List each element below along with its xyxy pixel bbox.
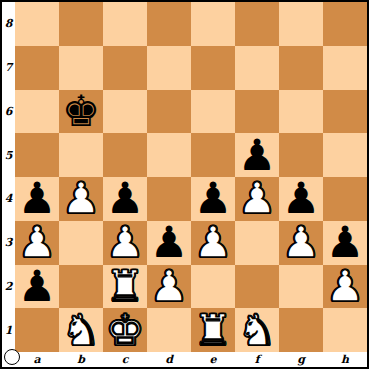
square-h4[interactable]: [323, 177, 367, 221]
white-pawn-c3[interactable]: ♟: [106, 221, 145, 264]
square-h7[interactable]: [323, 46, 367, 90]
white-rook-e1[interactable]: ♜: [194, 309, 233, 352]
square-d8[interactable]: [147, 2, 191, 46]
square-h3[interactable]: ♟: [323, 221, 367, 265]
square-f7[interactable]: [235, 46, 279, 90]
black-king-b6[interactable]: ♚: [62, 90, 101, 133]
file-label-g: g: [279, 352, 323, 367]
square-d6[interactable]: [147, 90, 191, 134]
file-label-d: d: [147, 352, 191, 367]
square-g5[interactable]: [279, 133, 323, 177]
square-d2[interactable]: ♟: [147, 265, 191, 309]
square-h8[interactable]: [323, 2, 367, 46]
white-pawn-d2[interactable]: ♟: [150, 265, 189, 308]
file-label-c: c: [103, 352, 147, 367]
white-pawn-e3[interactable]: ♟: [194, 221, 233, 264]
white-pawn-g3[interactable]: ♟: [282, 221, 321, 264]
rank-label-6: 6: [2, 90, 15, 134]
square-e2[interactable]: [191, 265, 235, 309]
square-c5[interactable]: [103, 133, 147, 177]
black-pawn-a2[interactable]: ♟: [18, 265, 57, 308]
square-e7[interactable]: [191, 46, 235, 90]
square-d3[interactable]: ♟: [147, 221, 191, 265]
square-c2[interactable]: ♜: [103, 265, 147, 309]
file-label-h: h: [323, 352, 367, 367]
square-c1[interactable]: ♚: [103, 308, 147, 352]
white-knight-b1[interactable]: ♞: [62, 309, 101, 352]
square-a7[interactable]: [15, 46, 59, 90]
square-f3[interactable]: [235, 221, 279, 265]
white-to-move-indicator: [4, 349, 20, 365]
square-d7[interactable]: [147, 46, 191, 90]
square-b1[interactable]: ♞: [59, 308, 103, 352]
white-knight-f1[interactable]: ♞: [238, 309, 277, 352]
chessboard-frame: 876♚5♟4♟♟♟♟♟♟3♟♟♟♟♟♟2♟♜♟♟1♞♚♜♞abcdefgh: [0, 0, 369, 369]
square-b8[interactable]: [59, 2, 103, 46]
square-g8[interactable]: [279, 2, 323, 46]
square-f1[interactable]: ♞: [235, 308, 279, 352]
rank-label-2: 2: [2, 265, 15, 309]
file-label-b: b: [59, 352, 103, 367]
square-e3[interactable]: ♟: [191, 221, 235, 265]
square-a5[interactable]: [15, 133, 59, 177]
rank-label-1: 1: [2, 308, 15, 352]
square-e4[interactable]: ♟: [191, 177, 235, 221]
file-label-e: e: [191, 352, 235, 367]
rank-label-4: 4: [2, 177, 15, 221]
square-g4[interactable]: ♟: [279, 177, 323, 221]
white-pawn-h2[interactable]: ♟: [326, 265, 365, 308]
white-pawn-a3[interactable]: ♟: [18, 221, 57, 264]
square-g6[interactable]: [279, 90, 323, 134]
square-b2[interactable]: [59, 265, 103, 309]
square-f4[interactable]: ♟: [235, 177, 279, 221]
square-b6[interactable]: ♚: [59, 90, 103, 134]
square-a1[interactable]: [15, 308, 59, 352]
square-a6[interactable]: [15, 90, 59, 134]
square-h6[interactable]: [323, 90, 367, 134]
square-f2[interactable]: [235, 265, 279, 309]
square-c3[interactable]: ♟: [103, 221, 147, 265]
black-pawn-a4[interactable]: ♟: [18, 177, 57, 220]
square-e8[interactable]: [191, 2, 235, 46]
rank-label-7: 7: [2, 46, 15, 90]
square-c6[interactable]: [103, 90, 147, 134]
square-b4[interactable]: ♟: [59, 177, 103, 221]
file-label-f: f: [235, 352, 279, 367]
square-h2[interactable]: ♟: [323, 265, 367, 309]
square-b7[interactable]: [59, 46, 103, 90]
black-pawn-g4[interactable]: ♟: [282, 177, 321, 220]
square-c4[interactable]: ♟: [103, 177, 147, 221]
white-pawn-b4[interactable]: ♟: [62, 177, 101, 220]
rank-label-5: 5: [2, 133, 15, 177]
black-pawn-e4[interactable]: ♟: [194, 177, 233, 220]
rank-label-3: 3: [2, 221, 15, 265]
square-c7[interactable]: [103, 46, 147, 90]
square-a2[interactable]: ♟: [15, 265, 59, 309]
black-pawn-f5[interactable]: ♟: [238, 134, 277, 177]
white-pawn-f4[interactable]: ♟: [238, 177, 277, 220]
square-g7[interactable]: [279, 46, 323, 90]
black-pawn-c4[interactable]: ♟: [106, 177, 145, 220]
square-g1[interactable]: [279, 308, 323, 352]
square-a3[interactable]: ♟: [15, 221, 59, 265]
white-king-c1[interactable]: ♚: [106, 309, 145, 352]
square-a4[interactable]: ♟: [15, 177, 59, 221]
square-h5[interactable]: [323, 133, 367, 177]
square-b5[interactable]: [59, 133, 103, 177]
square-b3[interactable]: [59, 221, 103, 265]
square-f5[interactable]: ♟: [235, 133, 279, 177]
square-h1[interactable]: [323, 308, 367, 352]
square-d4[interactable]: [147, 177, 191, 221]
square-d5[interactable]: [147, 133, 191, 177]
square-e1[interactable]: ♜: [191, 308, 235, 352]
rank-label-8: 8: [2, 2, 15, 46]
square-f8[interactable]: [235, 2, 279, 46]
file-label-a: a: [15, 352, 59, 367]
square-c8[interactable]: [103, 2, 147, 46]
white-rook-c2[interactable]: ♜: [106, 265, 145, 308]
black-pawn-d3[interactable]: ♟: [150, 221, 189, 264]
square-e6[interactable]: [191, 90, 235, 134]
square-e5[interactable]: [191, 133, 235, 177]
square-f6[interactable]: [235, 90, 279, 134]
chessboard: 876♚5♟4♟♟♟♟♟♟3♟♟♟♟♟♟2♟♜♟♟1♞♚♜♞abcdefgh: [2, 2, 367, 367]
black-pawn-h3[interactable]: ♟: [326, 221, 365, 264]
square-d1[interactable]: [147, 308, 191, 352]
square-g2[interactable]: [279, 265, 323, 309]
square-g3[interactable]: ♟: [279, 221, 323, 265]
square-a8[interactable]: [15, 2, 59, 46]
